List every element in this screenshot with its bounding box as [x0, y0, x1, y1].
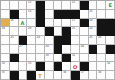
cell-r6c2[interactable]	[19, 54, 28, 63]
clue-number: 24	[37, 36, 40, 39]
clue-number: 27	[19, 45, 22, 48]
cell-r0c6[interactable]	[54, 1, 63, 10]
black-cell-r0c4	[36, 1, 45, 10]
cell-r8c9[interactable]: 37	[80, 71, 89, 80]
cell-r4c12[interactable]	[106, 36, 115, 45]
cell-r0c11[interactable]	[97, 1, 106, 10]
cell-r8c12[interactable]	[106, 71, 115, 80]
clue-number: 12	[28, 1, 31, 4]
cell-r2c1[interactable]: 16	[10, 19, 19, 28]
black-cell-r2c4	[36, 19, 45, 28]
cell-r5c2[interactable]: 27	[19, 45, 28, 54]
clue-number: 19	[2, 27, 5, 30]
cell-r4c0[interactable]	[1, 36, 10, 45]
clue-number: 26	[98, 36, 101, 39]
cell-r2c5[interactable]	[45, 19, 54, 28]
clue-number: 13	[72, 1, 75, 4]
cell-r8c2[interactable]	[19, 71, 28, 80]
black-cell-r0c9	[80, 1, 89, 10]
cell-r0c7[interactable]	[62, 1, 71, 10]
cell-r3c0[interactable]: 19	[1, 27, 10, 36]
cell-r8c7[interactable]: 36	[62, 71, 71, 80]
cell-r6c9[interactable]	[80, 54, 89, 63]
black-cell-r3c12	[106, 27, 115, 36]
cell-r8c4[interactable]: T	[36, 71, 45, 80]
cell-r1c5[interactable]	[45, 10, 54, 19]
black-cell-r6c7	[62, 54, 71, 63]
cell-r5c1[interactable]	[10, 45, 19, 54]
clue-number: 25	[89, 36, 92, 39]
clue-number: 14	[28, 10, 31, 13]
clue-number: 33	[28, 62, 31, 65]
entered-letter: A	[20, 20, 24, 25]
cell-r7c10[interactable]	[89, 62, 98, 71]
cell-r6c6[interactable]	[54, 54, 63, 63]
cell-r5c9[interactable]: 29	[80, 45, 89, 54]
entered-letter: O	[73, 64, 77, 69]
clue-number: 32	[2, 62, 5, 65]
cell-r6c5[interactable]: 30	[45, 54, 54, 63]
crossword-grid: 1213E141516A1718192021222324252627282930…	[0, 0, 115, 80]
cell-r8c0[interactable]: 35	[1, 71, 10, 80]
cell-r7c12[interactable]: 34	[106, 62, 115, 71]
cell-r5c0[interactable]	[1, 45, 10, 54]
black-cell-r2c12	[106, 19, 115, 28]
black-cell-r8c8	[71, 71, 80, 80]
cell-r8c11[interactable]: 38	[97, 71, 106, 80]
clue-number: 23	[10, 36, 13, 39]
cell-r5c7[interactable]	[62, 45, 71, 54]
cell-r1c9[interactable]	[80, 10, 89, 19]
cell-r0c12[interactable]: E	[106, 1, 115, 10]
cell-r4c8[interactable]	[71, 36, 80, 45]
cell-r1c2[interactable]	[19, 10, 28, 19]
cell-r7c2[interactable]	[19, 62, 28, 71]
black-cell-r6c1	[10, 54, 19, 63]
cell-r5c3[interactable]	[27, 45, 36, 54]
black-cell-r5c6	[54, 45, 63, 54]
cell-r8c6[interactable]	[54, 71, 63, 80]
clue-number: 34	[107, 62, 110, 65]
black-cell-r8c3	[27, 71, 36, 80]
clue-number: 21	[72, 27, 75, 30]
cell-r1c3[interactable]: 14	[27, 10, 36, 19]
cell-r2c7[interactable]	[62, 19, 71, 28]
clue-number: 16	[10, 19, 13, 22]
cell-r0c1[interactable]	[10, 1, 19, 10]
cell-r3c2[interactable]	[19, 27, 28, 36]
black-cell-r2c11	[97, 19, 106, 28]
clue-number: 31	[72, 54, 75, 57]
black-cell-r1c7	[62, 10, 71, 19]
clue-number: 17	[72, 19, 75, 22]
black-cell-r8c1	[10, 71, 19, 80]
cell-r8c5[interactable]	[45, 71, 54, 80]
clue-number: 28	[45, 45, 48, 48]
cell-r8c10[interactable]	[89, 71, 98, 80]
clue-number: 38	[98, 71, 101, 74]
black-cell-r7c4	[36, 62, 45, 71]
clue-number: 18	[89, 19, 92, 22]
cell-r1c12[interactable]	[106, 10, 115, 19]
entered-letter: E	[108, 3, 111, 8]
entered-letter: T	[38, 73, 41, 78]
black-cell-r3c5	[45, 27, 54, 36]
cell-r2c2[interactable]: A	[19, 19, 28, 28]
cell-r6c10[interactable]	[89, 54, 98, 63]
black-cell-r4c6	[54, 36, 63, 45]
cell-r4c10[interactable]: 25	[89, 36, 98, 45]
black-cell-r7c6	[54, 62, 63, 71]
cell-r3c8[interactable]: 21	[71, 27, 80, 36]
black-cell-r1c4	[36, 10, 45, 19]
cell-r6c11[interactable]	[97, 54, 106, 63]
clue-number: 29	[80, 45, 83, 48]
cell-r7c8[interactable]: O	[71, 62, 80, 71]
black-cell-r1c6	[54, 10, 63, 19]
cell-r1c0[interactable]	[1, 10, 10, 19]
cell-r5c4[interactable]	[36, 45, 45, 54]
cell-r4c11[interactable]: 26	[97, 36, 106, 45]
cell-r6c8[interactable]: 31	[71, 54, 80, 63]
clue-number: 15	[89, 10, 92, 13]
cell-r0c2[interactable]	[19, 1, 28, 10]
black-cell-r3c7	[62, 27, 71, 36]
clue-number: 35	[2, 71, 5, 74]
black-cell-r4c7	[62, 36, 71, 45]
cell-r0c5[interactable]	[45, 1, 54, 10]
cell-r4c4[interactable]: 24	[36, 36, 45, 45]
cell-r4c1[interactable]: 23	[10, 36, 19, 45]
cell-r7c3[interactable]: 33	[27, 62, 36, 71]
cell-r0c0[interactable]	[1, 1, 10, 10]
cell-r5c11[interactable]	[97, 45, 106, 54]
cell-r6c4[interactable]	[36, 54, 45, 63]
cell-r3c3[interactable]: 20	[27, 27, 36, 36]
cell-r7c1[interactable]	[10, 62, 19, 71]
cell-r7c5[interactable]	[45, 62, 54, 71]
black-cell-r2c9	[80, 19, 89, 28]
cell-r0c8[interactable]: 13	[71, 1, 80, 10]
clue-number: 36	[63, 71, 66, 74]
cell-r3c6[interactable]	[54, 27, 63, 36]
clue-number: 22	[89, 27, 92, 30]
black-cell-r5c12	[106, 45, 115, 54]
clue-number: 30	[45, 54, 48, 57]
cell-r4c3[interactable]	[27, 36, 36, 45]
cell-r1c11[interactable]	[97, 10, 106, 19]
cell-r3c9[interactable]	[80, 27, 89, 36]
clue-number: 20	[28, 27, 31, 30]
cell-r2c6[interactable]	[54, 19, 63, 28]
black-cell-r5c10	[89, 45, 98, 54]
clue-number: 37	[80, 71, 83, 74]
